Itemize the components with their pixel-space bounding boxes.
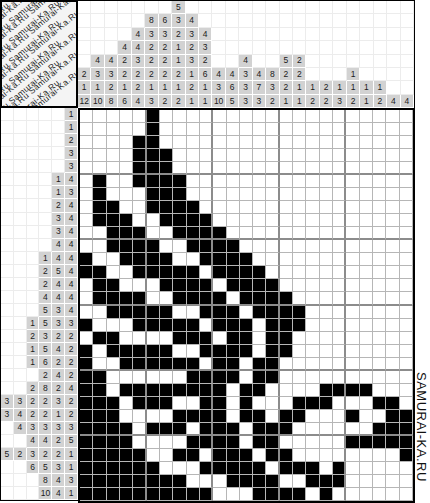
board-cell[interactable] [147, 123, 160, 136]
board-cell[interactable] [80, 240, 93, 253]
board-cell[interactable] [280, 149, 293, 162]
board-cell[interactable] [306, 358, 319, 371]
board-cell[interactable] [333, 227, 346, 240]
board-cell[interactable] [400, 410, 413, 423]
board-cell[interactable] [240, 449, 253, 462]
board-cell[interactable] [280, 123, 293, 136]
board-cell[interactable] [200, 371, 213, 384]
board-cell[interactable] [187, 488, 200, 501]
board-cell[interactable] [80, 227, 93, 240]
board-cell[interactable] [133, 462, 146, 475]
board-cell[interactable] [147, 306, 160, 319]
board-cell[interactable] [80, 358, 93, 371]
board-cell[interactable] [386, 358, 399, 371]
board-cell[interactable] [227, 175, 240, 188]
board-cell[interactable] [200, 436, 213, 449]
board-cell[interactable] [306, 306, 319, 319]
board-cell[interactable] [346, 332, 359, 345]
board-cell[interactable] [173, 110, 186, 123]
board-cell[interactable] [400, 371, 413, 384]
board-cell[interactable] [360, 319, 373, 332]
board-cell[interactable] [133, 332, 146, 345]
board-cell[interactable] [253, 279, 266, 292]
board-cell[interactable] [147, 292, 160, 305]
board-cell[interactable] [306, 462, 319, 475]
board-cell[interactable] [147, 423, 160, 436]
board-cell[interactable] [147, 253, 160, 266]
board-cell[interactable] [160, 175, 173, 188]
board-cell[interactable] [80, 462, 93, 475]
board-cell[interactable] [400, 123, 413, 136]
board-cell[interactable] [107, 475, 120, 488]
board-cell[interactable] [200, 110, 213, 123]
board-cell[interactable] [80, 449, 93, 462]
board-cell[interactable] [107, 279, 120, 292]
board-cell[interactable] [213, 423, 226, 436]
board-cell[interactable] [93, 397, 106, 410]
board-cell[interactable] [333, 279, 346, 292]
board-cell[interactable] [346, 436, 359, 449]
board-cell[interactable] [346, 279, 359, 292]
board-cell[interactable] [227, 397, 240, 410]
board-cell[interactable] [333, 358, 346, 371]
board-cell[interactable] [120, 345, 133, 358]
board-cell[interactable] [373, 436, 386, 449]
board-cell[interactable] [306, 214, 319, 227]
board-cell[interactable] [373, 175, 386, 188]
board-cell[interactable] [306, 162, 319, 175]
board-cell[interactable] [160, 397, 173, 410]
board-cell[interactable] [400, 358, 413, 371]
board-cell[interactable] [213, 175, 226, 188]
board-cell[interactable] [93, 149, 106, 162]
board-cell[interactable] [293, 240, 306, 253]
board-cell[interactable] [386, 240, 399, 253]
board-cell[interactable] [120, 240, 133, 253]
board-cell[interactable] [107, 462, 120, 475]
board-cell[interactable] [253, 423, 266, 436]
board-cell[interactable] [200, 149, 213, 162]
board-cell[interactable] [266, 397, 279, 410]
board-cell[interactable] [400, 266, 413, 279]
board-cell[interactable] [266, 423, 279, 436]
board-cell[interactable] [200, 136, 213, 149]
board-cell[interactable] [160, 332, 173, 345]
board-cell[interactable] [253, 227, 266, 240]
board-cell[interactable] [266, 371, 279, 384]
board-cell[interactable] [293, 306, 306, 319]
board-cell[interactable] [213, 253, 226, 266]
board-cell[interactable] [320, 319, 333, 332]
board-cell[interactable] [187, 240, 200, 253]
board-cell[interactable] [187, 214, 200, 227]
board-cell[interactable] [346, 240, 359, 253]
board-cell[interactable] [360, 371, 373, 384]
board-cell[interactable] [293, 449, 306, 462]
board-cell[interactable] [160, 488, 173, 501]
board-cell[interactable] [346, 358, 359, 371]
board-cell[interactable] [200, 292, 213, 305]
board-cell[interactable] [133, 149, 146, 162]
board-cell[interactable] [107, 410, 120, 423]
board-cell[interactable] [293, 162, 306, 175]
board-cell[interactable] [133, 201, 146, 214]
board-cell[interactable] [253, 123, 266, 136]
board-cell[interactable] [386, 279, 399, 292]
board-cell[interactable] [213, 319, 226, 332]
board-cell[interactable] [306, 319, 319, 332]
board-cell[interactable] [400, 201, 413, 214]
board-cell[interactable] [120, 358, 133, 371]
board-cell[interactable] [200, 175, 213, 188]
board-cell[interactable] [213, 462, 226, 475]
board-cell[interactable] [147, 475, 160, 488]
board-cell[interactable] [280, 384, 293, 397]
board-cell[interactable] [320, 423, 333, 436]
board-cell[interactable] [80, 279, 93, 292]
board-cell[interactable] [147, 384, 160, 397]
board-cell[interactable] [173, 136, 186, 149]
board-cell[interactable] [93, 240, 106, 253]
board-cell[interactable] [200, 227, 213, 240]
board-cell[interactable] [120, 175, 133, 188]
board-cell[interactable] [266, 175, 279, 188]
board-cell[interactable] [240, 136, 253, 149]
board-cell[interactable] [280, 371, 293, 384]
board-cell[interactable] [93, 475, 106, 488]
board-cell[interactable] [227, 371, 240, 384]
board-cell[interactable] [133, 423, 146, 436]
board-cell[interactable] [200, 214, 213, 227]
board-cell[interactable] [187, 201, 200, 214]
board-cell[interactable] [253, 449, 266, 462]
board-cell[interactable] [280, 175, 293, 188]
board-cell[interactable] [386, 175, 399, 188]
board-cell[interactable] [400, 475, 413, 488]
board-cell[interactable] [266, 201, 279, 214]
board-cell[interactable] [120, 149, 133, 162]
board-cell[interactable] [333, 292, 346, 305]
board-cell[interactable] [240, 384, 253, 397]
board-cell[interactable] [280, 423, 293, 436]
board-cell[interactable] [227, 240, 240, 253]
board-cell[interactable] [107, 214, 120, 227]
board-cell[interactable] [187, 475, 200, 488]
board-cell[interactable] [200, 475, 213, 488]
board-cell[interactable] [400, 319, 413, 332]
board-cell[interactable] [320, 449, 333, 462]
board-cell[interactable] [386, 214, 399, 227]
board-cell[interactable] [320, 436, 333, 449]
board-cell[interactable] [213, 162, 226, 175]
board-cell[interactable] [280, 240, 293, 253]
board-cell[interactable] [253, 358, 266, 371]
board-cell[interactable] [333, 123, 346, 136]
board-cell[interactable] [293, 332, 306, 345]
board-cell[interactable] [320, 214, 333, 227]
board-cell[interactable] [320, 253, 333, 266]
board-cell[interactable] [107, 136, 120, 149]
board-cell[interactable] [400, 462, 413, 475]
board-cell[interactable] [360, 240, 373, 253]
board-cell[interactable] [333, 384, 346, 397]
board-cell[interactable] [120, 488, 133, 501]
board-cell[interactable] [147, 319, 160, 332]
board-cell[interactable] [93, 462, 106, 475]
board-cell[interactable] [120, 410, 133, 423]
board-cell[interactable] [213, 397, 226, 410]
board-cell[interactable] [400, 292, 413, 305]
board-cell[interactable] [360, 110, 373, 123]
board-cell[interactable] [266, 292, 279, 305]
board-cell[interactable] [147, 175, 160, 188]
board-cell[interactable] [80, 110, 93, 123]
board-cell[interactable] [333, 397, 346, 410]
board-cell[interactable] [333, 175, 346, 188]
board-cell[interactable] [133, 449, 146, 462]
board-cell[interactable] [213, 436, 226, 449]
board-cell[interactable] [133, 319, 146, 332]
board-cell[interactable] [200, 253, 213, 266]
board-cell[interactable] [147, 162, 160, 175]
board-cell[interactable] [293, 175, 306, 188]
board-cell[interactable] [266, 227, 279, 240]
board-cell[interactable] [253, 201, 266, 214]
board-cell[interactable] [293, 266, 306, 279]
board-cell[interactable] [293, 201, 306, 214]
board-cell[interactable] [187, 319, 200, 332]
board-cell[interactable] [373, 214, 386, 227]
board-cell[interactable] [160, 423, 173, 436]
board-cell[interactable] [80, 410, 93, 423]
board-cell[interactable] [280, 253, 293, 266]
board-cell[interactable] [80, 371, 93, 384]
board-cell[interactable] [373, 240, 386, 253]
board-cell[interactable] [240, 279, 253, 292]
board-cell[interactable] [373, 332, 386, 345]
board-cell[interactable] [160, 227, 173, 240]
board-cell[interactable] [240, 149, 253, 162]
board-cell[interactable] [160, 410, 173, 423]
board-cell[interactable] [360, 162, 373, 175]
board-cell[interactable] [280, 436, 293, 449]
board-cell[interactable] [187, 188, 200, 201]
board-cell[interactable] [240, 475, 253, 488]
board-cell[interactable] [240, 175, 253, 188]
board-cell[interactable] [80, 149, 93, 162]
board-cell[interactable] [147, 332, 160, 345]
board-cell[interactable] [360, 384, 373, 397]
board-cell[interactable] [147, 214, 160, 227]
board-cell[interactable] [253, 332, 266, 345]
board-cell[interactable] [107, 110, 120, 123]
board-cell[interactable] [173, 266, 186, 279]
board-cell[interactable] [266, 345, 279, 358]
board-cell[interactable] [93, 449, 106, 462]
board-cell[interactable] [293, 397, 306, 410]
board-cell[interactable] [373, 201, 386, 214]
board-cell[interactable] [280, 358, 293, 371]
board-cell[interactable] [147, 488, 160, 501]
board-cell[interactable] [346, 423, 359, 436]
board-cell[interactable] [320, 488, 333, 501]
board-cell[interactable] [227, 319, 240, 332]
board-cell[interactable] [93, 436, 106, 449]
board-cell[interactable] [360, 279, 373, 292]
board-cell[interactable] [173, 279, 186, 292]
board-cell[interactable] [253, 136, 266, 149]
board-cell[interactable] [93, 319, 106, 332]
board-cell[interactable] [320, 266, 333, 279]
board-cell[interactable] [133, 306, 146, 319]
board-cell[interactable] [173, 371, 186, 384]
board-cell[interactable] [107, 449, 120, 462]
board-cell[interactable] [333, 214, 346, 227]
board-cell[interactable] [93, 358, 106, 371]
board-cell[interactable] [213, 475, 226, 488]
board-cell[interactable] [400, 162, 413, 175]
board-cell[interactable] [107, 371, 120, 384]
board-cell[interactable] [80, 123, 93, 136]
board-cell[interactable] [187, 397, 200, 410]
board-cell[interactable] [346, 462, 359, 475]
board-cell[interactable] [346, 475, 359, 488]
board-cell[interactable] [266, 332, 279, 345]
board-cell[interactable] [333, 149, 346, 162]
board-cell[interactable] [93, 345, 106, 358]
board-cell[interactable] [173, 123, 186, 136]
board-cell[interactable] [293, 123, 306, 136]
board-cell[interactable] [253, 240, 266, 253]
board-cell[interactable] [160, 162, 173, 175]
board-cell[interactable] [386, 253, 399, 266]
board-cell[interactable] [280, 488, 293, 501]
board-cell[interactable] [386, 475, 399, 488]
board-cell[interactable] [333, 345, 346, 358]
board-cell[interactable] [120, 266, 133, 279]
board-cell[interactable] [346, 319, 359, 332]
board-cell[interactable] [253, 188, 266, 201]
board-cell[interactable] [360, 436, 373, 449]
board-cell[interactable] [120, 384, 133, 397]
board-cell[interactable] [213, 384, 226, 397]
board-cell[interactable] [266, 358, 279, 371]
board-cell[interactable] [400, 397, 413, 410]
board-cell[interactable] [320, 227, 333, 240]
board-cell[interactable] [187, 449, 200, 462]
board-cell[interactable] [227, 449, 240, 462]
board-cell[interactable] [107, 240, 120, 253]
board-cell[interactable] [227, 436, 240, 449]
board-cell[interactable] [107, 253, 120, 266]
board-cell[interactable] [107, 188, 120, 201]
board-cell[interactable] [386, 292, 399, 305]
board-cell[interactable] [373, 462, 386, 475]
board-cell[interactable] [293, 136, 306, 149]
board-cell[interactable] [386, 110, 399, 123]
board-cell[interactable] [200, 162, 213, 175]
board-cell[interactable] [346, 188, 359, 201]
board-cell[interactable] [266, 266, 279, 279]
board-cell[interactable] [160, 384, 173, 397]
board-cell[interactable] [147, 227, 160, 240]
board-cell[interactable] [400, 214, 413, 227]
board-cell[interactable] [373, 423, 386, 436]
board-cell[interactable] [266, 449, 279, 462]
board-cell[interactable] [147, 149, 160, 162]
board-cell[interactable] [240, 436, 253, 449]
board-cell[interactable] [320, 279, 333, 292]
board-cell[interactable] [187, 253, 200, 266]
board-cell[interactable] [227, 214, 240, 227]
board-cell[interactable] [200, 410, 213, 423]
board-cell[interactable] [293, 345, 306, 358]
board-cell[interactable] [293, 292, 306, 305]
board-cell[interactable] [120, 475, 133, 488]
board-cell[interactable] [266, 436, 279, 449]
board-cell[interactable] [120, 201, 133, 214]
board-cell[interactable] [346, 201, 359, 214]
board-cell[interactable] [213, 358, 226, 371]
board-cell[interactable] [240, 240, 253, 253]
board-cell[interactable] [227, 384, 240, 397]
board-cell[interactable] [227, 110, 240, 123]
board-cell[interactable] [160, 436, 173, 449]
board-cell[interactable] [160, 266, 173, 279]
board-cell[interactable] [160, 462, 173, 475]
board-cell[interactable] [320, 371, 333, 384]
board-cell[interactable] [173, 345, 186, 358]
board-cell[interactable] [373, 371, 386, 384]
board-cell[interactable] [360, 423, 373, 436]
board-cell[interactable] [386, 136, 399, 149]
board-cell[interactable] [93, 201, 106, 214]
board-cell[interactable] [80, 488, 93, 501]
board-cell[interactable] [253, 475, 266, 488]
board-cell[interactable] [280, 266, 293, 279]
board-cell[interactable] [200, 449, 213, 462]
board-cell[interactable] [320, 358, 333, 371]
board-cell[interactable] [346, 253, 359, 266]
board-cell[interactable] [320, 292, 333, 305]
board-cell[interactable] [360, 253, 373, 266]
board-cell[interactable] [320, 410, 333, 423]
board-cell[interactable] [120, 188, 133, 201]
board-cell[interactable] [133, 162, 146, 175]
board-cell[interactable] [266, 306, 279, 319]
board-cell[interactable] [266, 488, 279, 501]
board-cell[interactable] [253, 488, 266, 501]
board-cell[interactable] [120, 306, 133, 319]
board-cell[interactable] [173, 436, 186, 449]
board-cell[interactable] [200, 201, 213, 214]
board-cell[interactable] [187, 175, 200, 188]
board-cell[interactable] [253, 345, 266, 358]
board-cell[interactable] [386, 227, 399, 240]
board-cell[interactable] [333, 266, 346, 279]
board-cell[interactable] [386, 319, 399, 332]
board-cell[interactable] [213, 240, 226, 253]
board-cell[interactable] [173, 475, 186, 488]
board-cell[interactable] [373, 136, 386, 149]
board-cell[interactable] [346, 123, 359, 136]
board-cell[interactable] [80, 475, 93, 488]
board-cell[interactable] [240, 488, 253, 501]
board-cell[interactable] [93, 110, 106, 123]
board-cell[interactable] [80, 266, 93, 279]
board-cell[interactable] [360, 358, 373, 371]
board-cell[interactable] [373, 488, 386, 501]
